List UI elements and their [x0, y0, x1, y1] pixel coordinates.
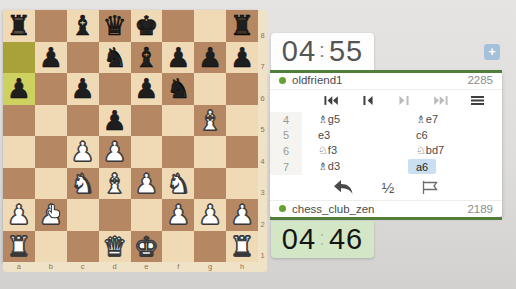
player-rating: 2189 [467, 203, 493, 215]
square-b3[interactable] [35, 168, 67, 200]
rank-label: 5 [258, 105, 267, 137]
square-h2[interactable]: ♟ [226, 199, 258, 231]
file-coordinates: abcdefgh [3, 262, 258, 272]
white-pawn[interactable]: ♟ [230, 201, 254, 228]
separator-top [270, 70, 502, 73]
square-c1[interactable] [67, 231, 99, 263]
black-bishop[interactable]: ♝ [134, 44, 158, 71]
square-d7[interactable]: ♞ [99, 42, 131, 74]
square-c6[interactable]: ♟ [67, 73, 99, 105]
square-a2[interactable]: ♟ [3, 199, 35, 231]
black-pawn[interactable]: ♟ [198, 44, 222, 71]
square-a6[interactable]: ♟ [3, 73, 35, 105]
square-e4[interactable] [131, 136, 163, 168]
square-f7[interactable]: ♟ [162, 42, 194, 74]
file-label: d [99, 262, 131, 272]
white-pawn[interactable]: ♟ [166, 201, 190, 228]
square-d2[interactable] [99, 199, 131, 231]
square-h4[interactable] [226, 136, 258, 168]
white-pawn[interactable]: ♟ [102, 138, 126, 165]
square-d3[interactable]: ♝ [99, 168, 131, 200]
move-number: 5 [270, 128, 302, 143]
move-text[interactable]: ♗g5 [310, 112, 348, 128]
square-c2[interactable] [67, 199, 99, 231]
move-text[interactable]: e3 [310, 128, 338, 143]
square-f4[interactable] [162, 136, 194, 168]
white-king[interactable]: ♚ [134, 233, 158, 260]
square-c4[interactable]: ♟ [67, 136, 99, 168]
square-g5[interactable]: ♝ [194, 105, 226, 137]
black-queen[interactable]: ♛ [102, 12, 126, 39]
game-actions: ½ [270, 175, 502, 200]
white-bishop[interactable]: ♝ [198, 107, 222, 134]
move-row: 4♗g5♗e7 [270, 112, 502, 128]
move-row: 5e3c6 [270, 128, 502, 143]
black-knight[interactable]: ♞ [166, 75, 190, 102]
square-g3[interactable] [194, 168, 226, 200]
square-b1[interactable] [35, 231, 67, 263]
opponent-rating: 2285 [467, 74, 493, 86]
white-bishop[interactable]: ♝ [102, 170, 126, 197]
move-text[interactable]: a6 [408, 159, 436, 174]
square-b5[interactable] [35, 105, 67, 137]
square-f8[interactable] [162, 10, 194, 42]
player-name[interactable]: chess_club_zen [292, 203, 374, 215]
white-pawn[interactable]: ♟ [71, 138, 95, 165]
takeback-button[interactable] [333, 179, 355, 195]
coord-corner [258, 262, 267, 272]
resign-button[interactable] [421, 180, 439, 195]
square-e1[interactable]: ♚ [131, 231, 163, 263]
white-pawn[interactable]: ♟ [198, 201, 222, 228]
clock-seconds: 55 [329, 35, 363, 68]
black-move[interactable]: ♘bd7 [402, 143, 502, 159]
black-pawn[interactable]: ♟ [166, 44, 190, 71]
white-pawn[interactable]: ♟ [7, 201, 31, 228]
move-number: 6 [270, 143, 302, 159]
square-g8[interactable] [194, 10, 226, 42]
black-king[interactable]: ♚ [134, 12, 158, 39]
black-pawn[interactable]: ♟ [71, 75, 95, 102]
rank-label: 2 [258, 199, 267, 231]
white-move[interactable]: ♗g5 [302, 112, 402, 128]
offer-draw-button[interactable]: ½ [382, 179, 395, 196]
move-number: 4 [270, 112, 302, 128]
square-g6[interactable] [194, 73, 226, 105]
square-a3[interactable] [3, 168, 35, 200]
file-label: e [131, 262, 163, 272]
square-h8[interactable]: ♜ [226, 10, 258, 42]
rank-label: 1 [258, 231, 267, 263]
black-move[interactable]: c6 [402, 128, 502, 143]
square-e6[interactable]: ♟ [131, 73, 163, 105]
rank-label: 3 [258, 168, 267, 200]
clock-seconds: 46 [329, 223, 363, 256]
square-f1[interactable] [162, 231, 194, 263]
square-d1[interactable]: ♛ [99, 231, 131, 263]
black-knight[interactable]: ♞ [102, 44, 126, 71]
game-panel: oldfriend1 2285 4♗g5♗e75e3c66♘f3♘bd77♗d3… [270, 72, 502, 217]
square-g2[interactable]: ♟ [194, 199, 226, 231]
square-c3[interactable]: ♞ [67, 168, 99, 200]
black-pawn[interactable]: ♟ [7, 75, 31, 102]
move-nav-bar [270, 90, 502, 112]
last-move-button[interactable] [432, 94, 450, 107]
move-text[interactable]: c6 [408, 128, 436, 143]
menu-icon[interactable] [468, 94, 486, 107]
square-b8[interactable] [35, 10, 67, 42]
square-e7[interactable]: ♝ [131, 42, 163, 74]
black-rook[interactable]: ♜ [230, 12, 254, 39]
square-h6[interactable] [226, 73, 258, 105]
previous-move-button[interactable] [359, 94, 377, 107]
square-a7[interactable] [3, 42, 35, 74]
square-a1[interactable]: ♜ [3, 231, 35, 263]
online-indicator-icon [279, 77, 286, 84]
clock-minutes: 04 [282, 223, 316, 256]
white-rook[interactable]: ♜ [230, 233, 254, 260]
white-queen[interactable]: ♛ [102, 233, 126, 260]
white-pawn[interactable]: ♟ [134, 170, 158, 197]
square-h1[interactable]: ♜ [226, 231, 258, 263]
white-pawn[interactable]: ♟ [39, 201, 63, 228]
online-indicator-icon [279, 205, 286, 212]
square-a5[interactable] [3, 105, 35, 137]
move-list-panel: 4♗g5♗e75e3c66♘f3♘bd77♗d3a6 ½ [270, 89, 502, 201]
square-f6[interactable]: ♞ [162, 73, 194, 105]
square-c5[interactable] [67, 105, 99, 137]
rank-label: 7 [258, 42, 267, 74]
square-c8[interactable]: ♝ [67, 10, 99, 42]
square-d4[interactable]: ♟ [99, 136, 131, 168]
rank-coordinates: 87654321 [258, 10, 267, 262]
separator-bottom [270, 217, 502, 220]
move-row: 6♘f3♘bd7 [270, 143, 502, 159]
move-text[interactable]: ♘f3 [310, 143, 345, 159]
square-e2[interactable] [131, 199, 163, 231]
file-label: f [162, 262, 194, 272]
black-pawn[interactable]: ♟ [230, 44, 254, 71]
square-h5[interactable] [226, 105, 258, 137]
opponent-clock: 04:55 [271, 33, 374, 70]
white-rook[interactable]: ♜ [7, 233, 31, 260]
rank-label: 4 [258, 136, 267, 168]
black-pawn[interactable]: ♟ [102, 107, 126, 134]
square-b6[interactable] [35, 73, 67, 105]
square-h3[interactable] [226, 168, 258, 200]
first-move-button[interactable] [322, 94, 340, 107]
rank-label: 8 [258, 10, 267, 42]
opponent-name[interactable]: oldfriend1 [292, 74, 343, 86]
move-text[interactable]: ♘bd7 [408, 143, 452, 159]
add-time-button[interactable]: + [484, 44, 500, 60]
opponent-row: oldfriend1 2285 [270, 72, 502, 89]
white-move[interactable]: ♘f3 [302, 143, 402, 159]
square-d8[interactable]: ♛ [99, 10, 131, 42]
file-label: g [194, 262, 226, 272]
square-a4[interactable] [3, 136, 35, 168]
black-move[interactable]: ♗e7 [402, 112, 502, 128]
black-pawn[interactable]: ♟ [39, 44, 63, 71]
file-label: c [67, 262, 99, 272]
square-g1[interactable] [194, 231, 226, 263]
file-label: h [226, 262, 258, 272]
move-text[interactable]: ♗e7 [408, 112, 446, 128]
square-f3[interactable]: ♞ [162, 168, 194, 200]
square-e5[interactable] [131, 105, 163, 137]
square-d5[interactable]: ♟ [99, 105, 131, 137]
white-knight[interactable]: ♞ [166, 170, 190, 197]
white-move[interactable]: e3 [302, 128, 402, 143]
square-e3[interactable]: ♟ [131, 168, 163, 200]
clock-colon: : [319, 38, 326, 62]
white-knight[interactable]: ♞ [71, 170, 95, 197]
square-b2[interactable]: ♟ [35, 199, 67, 231]
player-clock: 04:46 [271, 221, 374, 258]
file-label: a [3, 262, 35, 272]
square-d6[interactable] [99, 73, 131, 105]
move-text[interactable]: ♗d3 [310, 159, 348, 175]
black-pawn[interactable]: ♟ [134, 75, 158, 102]
square-b4[interactable] [35, 136, 67, 168]
square-g4[interactable] [194, 136, 226, 168]
square-h7[interactable]: ♟ [226, 42, 258, 74]
black-move[interactable]: a6 [402, 159, 502, 174]
black-rook[interactable]: ♜ [7, 12, 31, 39]
next-move-button[interactable] [395, 94, 413, 107]
move-number: 7 [270, 159, 302, 175]
square-e8[interactable]: ♚ [131, 10, 163, 42]
square-c7[interactable] [67, 42, 99, 74]
square-b7[interactable]: ♟ [35, 42, 67, 74]
file-label: b [35, 262, 67, 272]
move-row: 7♗d3a6 [270, 159, 502, 175]
clock-minutes: 04 [282, 35, 316, 68]
black-bishop[interactable]: ♝ [71, 12, 95, 39]
square-f2[interactable]: ♟ [162, 199, 194, 231]
square-a8[interactable]: ♜ [3, 10, 35, 42]
white-move[interactable]: ♗d3 [302, 159, 402, 175]
clock-colon: : [319, 226, 326, 250]
square-g7[interactable]: ♟ [194, 42, 226, 74]
rank-label: 6 [258, 73, 267, 105]
square-f5[interactable] [162, 105, 194, 137]
chess-board: ♜♝♛♚♜♟♞♝♟♟♟♟♟♟♞♟♝♟♟♞♝♟♞♟♟♟♟♟♜♛♚♜ 8765432… [3, 10, 258, 262]
player-row: chess_club_zen 2189 [270, 201, 502, 218]
